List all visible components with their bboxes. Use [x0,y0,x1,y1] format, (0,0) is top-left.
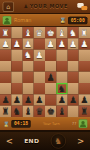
player-badge: 77 [72,122,76,126]
square-a5[interactable] [0,72,11,83]
piece-white-pawn: ♟ [23,38,34,49]
piece-black-pawn: ♟ [56,94,67,105]
piece-white-pawn: ♟ [0,38,11,49]
square-f8[interactable]: ♝ [56,106,67,117]
square-d5[interactable] [34,72,45,83]
piece-black-pawn: ♟ [0,94,11,105]
piece-white-pawn: ♟ [56,38,67,49]
square-a3[interactable] [0,50,11,61]
square-b6[interactable] [11,83,22,94]
hourglass-icon: ⌛ [59,17,66,24]
square-h6[interactable] [79,83,90,94]
square-g7[interactable]: ♟ [68,94,79,105]
square-g8[interactable] [68,106,79,117]
square-c8[interactable]: ♝ [23,106,34,117]
square-b2[interactable]: ♟ [11,38,22,49]
piece-black-pawn: ♟ [68,94,79,105]
piece-black-rook: ♜ [0,106,11,117]
piece-white-rook: ♜ [79,27,90,38]
piece-white-pawn: ♟ [79,38,90,49]
chess-app: ⌂ ♟ YOUR MOVE Roman ⌛ 05:00 ♜♝♛♚♝♞♜♟♟♟♟♟… [0,0,90,150]
square-a7[interactable]: ♟ [0,94,11,105]
bottom-nav: < END ♞ > [0,131,90,150]
square-f6[interactable]: ♞ [56,83,67,94]
square-c2[interactable]: ♟ [23,38,34,49]
player-status: Your Turn [43,122,60,126]
square-g4[interactable] [68,61,79,72]
piece-white-pawn: ♟ [68,38,79,49]
end-game-button[interactable]: END [24,138,39,145]
piece-black-queen: ♛ [34,106,45,117]
player-avatar [79,119,88,128]
square-b7[interactable]: ♟ [11,94,22,105]
square-f3[interactable] [56,50,67,61]
next-move-button[interactable]: > [77,137,84,146]
opponent-clock: 05:00 [68,17,87,25]
piece-black-pawn: ♟ [79,94,90,105]
square-g6[interactable] [68,83,79,94]
piece-white-king: ♚ [45,27,56,38]
square-g5[interactable] [68,72,79,83]
piece-white-knight: ♞ [68,27,79,38]
player-clock: 04:18 [11,120,30,128]
piece-black-rook: ♜ [79,106,90,117]
player-bar: ⌛ 04:18 Your Turn 77 [0,117,90,131]
prev-move-button[interactable]: < [6,137,13,146]
chat-bubble-front [81,6,87,10]
square-d8[interactable]: ♛ [34,106,45,117]
square-e6[interactable] [45,83,56,94]
square-h1[interactable]: ♜ [79,27,90,38]
chess-board: ♜♝♛♚♝♞♜♟♟♟♟♟♟♟♞♟♟♞♟♟♟♟♟♟♟♜♞♝♛♚♝♜ [0,27,90,117]
knight-emblem-icon: ♞ [54,137,62,146]
square-e1[interactable]: ♚ [45,27,56,38]
square-b4[interactable] [11,61,22,72]
square-h5[interactable] [79,72,90,83]
square-f7[interactable]: ♟ [56,94,67,105]
piece-white-pawn: ♟ [45,38,56,49]
square-a2[interactable]: ♟ [0,38,11,49]
piece-white-pawn: ♟ [34,50,45,61]
square-f4[interactable] [56,61,67,72]
square-e7[interactable] [45,94,56,105]
piece-black-bishop: ♝ [23,106,34,117]
person-icon [81,121,84,124]
piece-white-knight: ♞ [23,50,34,61]
square-b5[interactable] [11,72,22,83]
square-b1[interactable] [11,27,22,38]
square-b8[interactable]: ♞ [11,106,22,117]
square-e5[interactable]: ♟ [45,72,56,83]
home-icon[interactable]: ⌂ [3,2,14,12]
square-b3[interactable] [11,50,22,61]
opponent-avatar [3,16,12,25]
square-g2[interactable]: ♟ [68,38,79,49]
square-a1[interactable]: ♜ [0,27,11,38]
pawn-icon: ♟ [23,4,27,9]
square-c4[interactable] [23,61,34,72]
square-g1[interactable]: ♞ [68,27,79,38]
piece-black-knight: ♞ [11,106,22,117]
square-c6[interactable] [23,83,34,94]
square-h7[interactable]: ♟ [79,94,90,105]
square-f1[interactable]: ♝ [56,27,67,38]
square-a4[interactable] [0,61,11,72]
person-icon [5,18,8,21]
square-g3[interactable] [68,50,79,61]
piece-black-pawn: ♟ [34,94,45,105]
square-d3[interactable]: ♟ [34,50,45,61]
square-d4[interactable] [34,61,45,72]
hourglass-icon: ⌛ [3,120,10,127]
chat-icon[interactable] [77,3,87,11]
piece-white-rook: ♜ [0,27,11,38]
turn-banner: ♟ YOUR MOVE [14,4,77,10]
piece-black-knight: ♞ [56,83,67,94]
square-h4[interactable] [79,61,90,72]
opponent-name: Roman [14,17,31,23]
square-d2[interactable] [34,38,45,49]
square-f2[interactable]: ♟ [56,38,67,49]
square-h2[interactable]: ♟ [79,38,90,49]
piece-white-queen: ♛ [34,27,45,38]
square-d6[interactable] [34,83,45,94]
square-c3[interactable]: ♞ [23,50,34,61]
turn-banner-label: YOUR MOVE [30,4,68,10]
app-logo-button[interactable]: ♞ [51,133,66,148]
square-a8[interactable]: ♜ [0,106,11,117]
square-e8[interactable]: ♚ [45,106,56,117]
square-f5[interactable] [56,72,67,83]
square-e4[interactable] [45,61,56,72]
piece-white-bishop: ♝ [56,27,67,38]
square-c5[interactable] [23,72,34,83]
opponent-bar: Roman ⌛ 05:00 [0,14,90,27]
piece-black-bishop: ♝ [56,106,67,117]
square-e3[interactable] [45,50,56,61]
square-h3[interactable] [79,50,90,61]
square-c7[interactable]: ♟ [23,94,34,105]
top-bar: ⌂ ♟ YOUR MOVE [0,0,90,14]
piece-black-pawn: ♟ [23,94,34,105]
piece-white-pawn: ♟ [11,38,22,49]
square-d1[interactable]: ♛ [34,27,45,38]
piece-white-bishop: ♝ [23,27,34,38]
square-a6[interactable] [0,83,11,94]
piece-black-pawn: ♟ [45,72,56,83]
square-c1[interactable]: ♝ [23,27,34,38]
piece-black-pawn: ♟ [11,94,22,105]
square-d7[interactable]: ♟ [34,94,45,105]
piece-black-king: ♚ [45,106,56,117]
square-h8[interactable]: ♜ [79,106,90,117]
square-e2[interactable]: ♟ [45,38,56,49]
